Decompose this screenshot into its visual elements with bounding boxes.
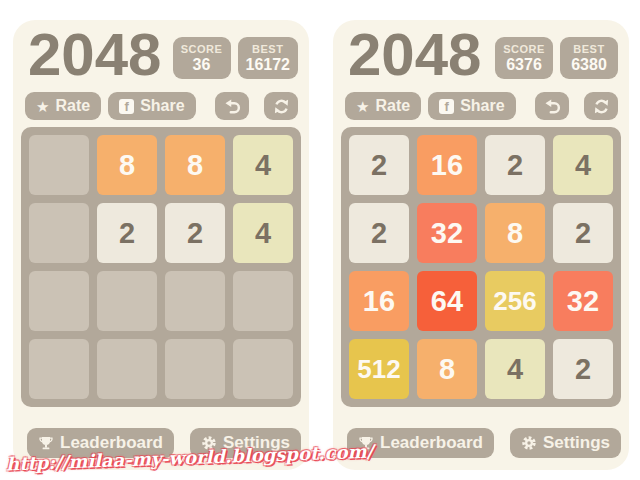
refresh-icon (272, 97, 291, 116)
score-badge: SCORE 6376 (495, 37, 553, 79)
score-value: 6376 (503, 56, 545, 74)
undo-button[interactable] (535, 92, 569, 120)
tile-8: 8 (165, 135, 225, 195)
tile-2: 2 (349, 135, 409, 195)
facebook-icon: f (119, 99, 134, 114)
undo-icon (223, 97, 242, 116)
tile-4: 4 (233, 203, 293, 263)
empty-cell (97, 339, 157, 399)
empty-cell (233, 339, 293, 399)
star-icon: ★ (36, 99, 49, 114)
score-badges: SCORE 6376 BEST 6380 (495, 37, 618, 79)
facebook-icon: f (439, 99, 454, 114)
score-badges: SCORE 36 BEST 16172 (173, 37, 299, 79)
tile-4: 4 (485, 339, 545, 399)
trophy-icon (38, 435, 54, 451)
tile-2: 2 (485, 135, 545, 195)
page-title: 2048 (28, 26, 161, 83)
tile-2: 2 (165, 203, 225, 263)
rate-label: Rate (55, 97, 90, 115)
tile-4: 4 (553, 135, 613, 195)
tile-64: 64 (417, 271, 477, 331)
score-label: SCORE (503, 43, 545, 55)
game-board: 884224 (21, 127, 301, 407)
toolbar: ★ Rate f Share (345, 92, 618, 120)
tile-8: 8 (417, 339, 477, 399)
rate-label: Rate (375, 97, 410, 115)
tile-16: 16 (349, 271, 409, 331)
tile-512: 512 (349, 339, 409, 399)
share-label: Share (460, 97, 504, 115)
best-label: BEST (568, 43, 610, 55)
game-board: 2162423282166425632512842 (341, 127, 621, 407)
tile-8: 8 (485, 203, 545, 263)
tile-256: 256 (485, 271, 545, 331)
rate-button[interactable]: ★ Rate (25, 92, 101, 120)
settings-label: Settings (543, 433, 610, 453)
footer-bar: Leaderboard Settings (347, 428, 621, 458)
empty-cell (29, 135, 89, 195)
score-badge: SCORE 36 (173, 37, 231, 79)
tile-32: 32 (553, 271, 613, 331)
gear-icon (521, 435, 537, 451)
settings-button[interactable]: Settings (510, 428, 621, 458)
game-panel-2: 2048 SCORE 6376 BEST 6380 ★ Rate f Share (333, 20, 629, 470)
empty-cell (97, 271, 157, 331)
tile-8: 8 (97, 135, 157, 195)
undo-button[interactable] (215, 92, 249, 120)
share-button[interactable]: f Share (108, 92, 195, 120)
empty-cell (29, 271, 89, 331)
best-label: BEST (246, 43, 291, 55)
toolbar: ★ Rate f Share (25, 92, 298, 120)
tile-2: 2 (553, 339, 613, 399)
empty-cell (29, 203, 89, 263)
tile-2: 2 (97, 203, 157, 263)
rate-button[interactable]: ★ Rate (345, 92, 421, 120)
screenshot-root: { "game": "2048", "position": { "left_bo… (0, 0, 640, 480)
empty-cell (29, 339, 89, 399)
share-label: Share (140, 97, 184, 115)
empty-cell (233, 271, 293, 331)
page-title: 2048 (348, 26, 481, 83)
refresh-button[interactable] (264, 92, 298, 120)
game-panel-1: 2048 SCORE 36 BEST 16172 ★ Rate f Share (13, 20, 309, 470)
best-value: 16172 (246, 56, 291, 74)
score-value: 36 (181, 56, 223, 74)
refresh-button[interactable] (584, 92, 618, 120)
undo-icon (543, 97, 562, 116)
tile-16: 16 (417, 135, 477, 195)
tile-2: 2 (349, 203, 409, 263)
best-badge: BEST 16172 (238, 37, 299, 79)
share-button[interactable]: f Share (428, 92, 515, 120)
refresh-icon (592, 97, 611, 116)
tile-32: 32 (417, 203, 477, 263)
empty-cell (165, 339, 225, 399)
empty-cell (165, 271, 225, 331)
tile-4: 4 (233, 135, 293, 195)
leaderboard-label: Leaderboard (380, 433, 483, 453)
score-label: SCORE (181, 43, 223, 55)
tile-2: 2 (553, 203, 613, 263)
best-value: 6380 (568, 56, 610, 74)
star-icon: ★ (356, 99, 369, 114)
best-badge: BEST 6380 (560, 37, 618, 79)
